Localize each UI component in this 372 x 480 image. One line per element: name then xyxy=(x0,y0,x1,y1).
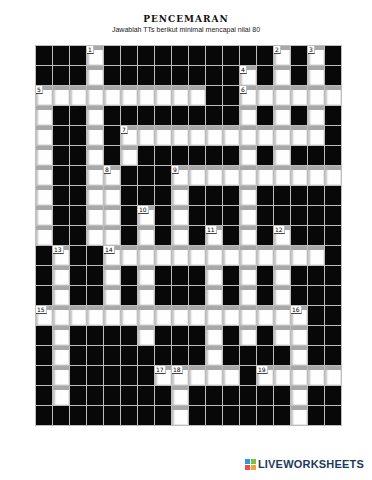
black-cell xyxy=(206,406,222,425)
answer-cell[interactable] xyxy=(291,346,307,365)
answer-cell[interactable] xyxy=(291,326,307,345)
answer-cell[interactable] xyxy=(87,86,103,105)
answer-cell[interactable] xyxy=(138,126,154,145)
answer-cell[interactable] xyxy=(291,406,307,425)
black-cell xyxy=(70,406,86,425)
answer-cell[interactable] xyxy=(155,86,171,105)
black-cell xyxy=(36,346,52,365)
answer-cell[interactable] xyxy=(87,126,103,145)
black-cell xyxy=(325,386,341,405)
answer-cell[interactable] xyxy=(155,246,171,265)
answer-cell[interactable] xyxy=(206,366,222,385)
black-cell xyxy=(206,66,222,85)
black-cell xyxy=(36,286,52,305)
black-cell xyxy=(223,386,239,405)
black-cell xyxy=(257,206,273,225)
answer-cell[interactable] xyxy=(308,246,324,265)
answer-cell[interactable] xyxy=(53,286,69,305)
answer-cell[interactable] xyxy=(291,86,307,105)
answer-cell[interactable] xyxy=(172,306,188,325)
answer-cell[interactable] xyxy=(240,106,256,125)
answer-cell[interactable] xyxy=(257,166,273,185)
clue-number: 12 xyxy=(274,226,285,234)
black-cell xyxy=(70,46,86,65)
answer-cell[interactable]: 14 xyxy=(104,246,120,265)
answer-cell[interactable] xyxy=(87,206,103,225)
answer-cell[interactable] xyxy=(138,306,154,325)
answer-cell[interactable]: 6 xyxy=(240,86,256,105)
black-cell xyxy=(206,46,222,65)
black-cell xyxy=(53,66,69,85)
black-cell xyxy=(291,226,307,245)
black-cell xyxy=(189,326,205,345)
answer-cell[interactable] xyxy=(36,146,52,165)
answer-cell[interactable] xyxy=(36,126,52,145)
answer-cell[interactable] xyxy=(257,86,273,105)
black-cell xyxy=(308,326,324,345)
answer-cell[interactable] xyxy=(53,366,69,385)
black-cell xyxy=(189,186,205,205)
answer-cell[interactable] xyxy=(155,126,171,145)
black-cell xyxy=(223,226,239,245)
black-cell xyxy=(172,266,188,285)
logo-square xyxy=(251,465,256,470)
answer-cell[interactable] xyxy=(206,306,222,325)
clue-number: 10 xyxy=(138,206,149,214)
answer-cell[interactable] xyxy=(257,126,273,145)
answer-cell[interactable] xyxy=(104,226,120,245)
black-cell xyxy=(121,206,137,225)
answer-cell[interactable] xyxy=(87,166,103,185)
answer-cell[interactable] xyxy=(104,266,120,285)
answer-cell[interactable] xyxy=(240,206,256,225)
black-cell xyxy=(189,146,205,165)
black-cell xyxy=(87,286,103,305)
answer-cell[interactable]: 2 xyxy=(274,46,290,65)
answer-cell[interactable] xyxy=(223,366,239,385)
answer-cell[interactable]: 15 xyxy=(36,306,52,325)
black-cell xyxy=(223,66,239,85)
answer-cell[interactable] xyxy=(274,306,290,325)
black-cell xyxy=(104,46,120,65)
black-cell xyxy=(291,46,307,65)
answer-cell[interactable] xyxy=(308,66,324,85)
black-cell xyxy=(308,346,324,365)
answer-cell[interactable] xyxy=(223,166,239,185)
answer-cell[interactable] xyxy=(189,86,205,105)
answer-cell[interactable] xyxy=(325,166,341,185)
answer-cell[interactable] xyxy=(206,266,222,285)
answer-cell[interactable] xyxy=(240,226,256,245)
answer-cell[interactable] xyxy=(138,266,154,285)
black-cell xyxy=(155,386,171,405)
black-cell xyxy=(223,186,239,205)
answer-cell[interactable] xyxy=(172,406,188,425)
answer-cell[interactable] xyxy=(223,126,239,145)
black-cell xyxy=(70,366,86,385)
black-cell xyxy=(155,146,171,165)
answer-cell[interactable] xyxy=(172,206,188,225)
black-cell xyxy=(206,186,222,205)
black-cell xyxy=(257,226,273,245)
answer-cell[interactable] xyxy=(291,166,307,185)
clue-number: 16 xyxy=(291,306,302,314)
black-cell xyxy=(155,186,171,205)
answer-cell[interactable] xyxy=(104,186,120,205)
black-cell xyxy=(325,186,341,205)
black-cell xyxy=(87,386,103,405)
answer-cell[interactable] xyxy=(274,126,290,145)
answer-cell[interactable] xyxy=(308,166,324,185)
answer-cell[interactable] xyxy=(325,366,341,385)
black-cell xyxy=(291,186,307,205)
black-cell xyxy=(308,406,324,425)
black-cell xyxy=(70,186,86,205)
answer-cell[interactable] xyxy=(223,246,239,265)
black-cell xyxy=(155,266,171,285)
black-cell xyxy=(121,66,137,85)
black-cell xyxy=(257,386,273,405)
black-cell xyxy=(257,186,273,205)
answer-cell[interactable] xyxy=(240,326,256,345)
answer-cell[interactable] xyxy=(291,386,307,405)
clue-number: 13 xyxy=(53,246,64,254)
black-cell xyxy=(36,326,52,345)
black-cell xyxy=(104,346,120,365)
black-cell xyxy=(104,386,120,405)
answer-cell[interactable] xyxy=(53,326,69,345)
answer-cell[interactable] xyxy=(87,306,103,325)
black-cell xyxy=(70,326,86,345)
liveworksheets-branding: LIVEWORKSHEETS xyxy=(245,456,364,472)
black-cell xyxy=(70,246,86,265)
answer-cell[interactable] xyxy=(325,86,341,105)
answer-cell[interactable] xyxy=(172,186,188,205)
black-cell xyxy=(36,66,52,85)
answer-cell[interactable] xyxy=(291,246,307,265)
answer-cell[interactable] xyxy=(240,126,256,145)
answer-cell[interactable] xyxy=(87,106,103,125)
black-cell xyxy=(308,226,324,245)
answer-cell[interactable] xyxy=(189,366,205,385)
answer-cell[interactable]: 13 xyxy=(53,246,69,265)
black-cell xyxy=(206,206,222,225)
answer-cell[interactable] xyxy=(121,86,137,105)
black-cell xyxy=(325,266,341,285)
crossword-grid: 12345678910111213141516171819 xyxy=(35,45,342,426)
black-cell xyxy=(291,106,307,125)
black-cell xyxy=(189,66,205,85)
answer-cell[interactable] xyxy=(87,226,103,245)
black-cell xyxy=(70,66,86,85)
answer-cell[interactable]: 9 xyxy=(172,166,188,185)
black-cell xyxy=(223,106,239,125)
black-cell xyxy=(189,346,205,365)
black-cell xyxy=(53,126,69,145)
answer-cell[interactable] xyxy=(274,366,290,385)
black-cell xyxy=(223,46,239,65)
black-cell xyxy=(291,206,307,225)
answer-cell[interactable] xyxy=(172,246,188,265)
answer-cell[interactable] xyxy=(206,286,222,305)
black-cell xyxy=(325,226,341,245)
black-cell xyxy=(70,386,86,405)
answer-cell[interactable]: 1 xyxy=(87,46,103,65)
answer-cell[interactable] xyxy=(240,286,256,305)
answer-cell[interactable] xyxy=(240,306,256,325)
black-cell xyxy=(240,366,256,385)
answer-cell[interactable] xyxy=(189,306,205,325)
black-cell xyxy=(240,386,256,405)
answer-cell[interactable] xyxy=(189,246,205,265)
black-cell xyxy=(121,326,137,345)
answer-cell[interactable] xyxy=(274,326,290,345)
answer-cell[interactable]: 3 xyxy=(308,46,324,65)
answer-cell[interactable] xyxy=(172,386,188,405)
answer-cell[interactable] xyxy=(36,186,52,205)
black-cell xyxy=(257,106,273,125)
answer-cell[interactable] xyxy=(274,106,290,125)
black-cell xyxy=(325,66,341,85)
black-cell xyxy=(70,126,86,145)
answer-cell[interactable] xyxy=(138,326,154,345)
black-cell xyxy=(206,146,222,165)
answer-cell[interactable] xyxy=(36,166,52,185)
black-cell xyxy=(325,246,341,265)
answer-cell[interactable] xyxy=(104,206,120,225)
answer-cell[interactable] xyxy=(53,266,69,285)
answer-cell[interactable] xyxy=(291,366,307,385)
answer-cell[interactable] xyxy=(240,146,256,165)
black-cell xyxy=(223,206,239,225)
black-cell xyxy=(70,226,86,245)
instructions-text: Jawablah TTs berikut minimal mencapai ni… xyxy=(0,26,372,33)
answer-cell[interactable] xyxy=(240,186,256,205)
black-cell xyxy=(325,306,341,325)
black-cell xyxy=(138,186,154,205)
answer-cell[interactable]: 18 xyxy=(172,366,188,385)
answer-cell[interactable] xyxy=(308,126,324,145)
clue-number: 8 xyxy=(104,166,111,174)
answer-cell[interactable]: 17 xyxy=(155,366,171,385)
worksheet-header: PENCEMARAN Jawablah TTs berikut minimal … xyxy=(0,14,372,33)
answer-cell[interactable] xyxy=(87,186,103,205)
black-cell xyxy=(53,226,69,245)
black-cell xyxy=(223,346,239,365)
black-cell xyxy=(155,66,171,85)
answer-cell[interactable] xyxy=(257,246,273,265)
black-cell xyxy=(70,286,86,305)
black-cell xyxy=(104,406,120,425)
black-cell xyxy=(138,166,154,185)
answer-cell[interactable] xyxy=(104,86,120,105)
black-cell xyxy=(308,146,324,165)
black-cell xyxy=(121,266,137,285)
black-cell xyxy=(189,46,205,65)
answer-cell[interactable] xyxy=(87,146,103,165)
black-cell xyxy=(87,406,103,425)
answer-cell[interactable]: 7 xyxy=(121,126,137,145)
clue-number: 6 xyxy=(240,86,247,94)
black-cell xyxy=(53,406,69,425)
answer-cell[interactable] xyxy=(206,326,222,345)
black-cell xyxy=(325,126,341,145)
answer-cell[interactable]: 11 xyxy=(206,226,222,245)
black-cell xyxy=(53,206,69,225)
black-cell xyxy=(138,106,154,125)
black-cell xyxy=(138,66,154,85)
answer-cell[interactable] xyxy=(70,306,86,325)
black-cell xyxy=(308,286,324,305)
answer-cell[interactable] xyxy=(189,166,205,185)
black-cell xyxy=(257,66,273,85)
black-cell xyxy=(240,406,256,425)
black-cell xyxy=(121,366,137,385)
answer-cell[interactable] xyxy=(155,306,171,325)
black-cell xyxy=(138,366,154,385)
black-cell xyxy=(274,346,290,365)
black-cell xyxy=(240,346,256,365)
answer-cell[interactable] xyxy=(274,286,290,305)
black-cell xyxy=(87,266,103,285)
black-cell xyxy=(36,366,52,385)
answer-cell[interactable] xyxy=(104,286,120,305)
black-cell xyxy=(189,266,205,285)
answer-cell[interactable] xyxy=(53,346,69,365)
answer-cell[interactable] xyxy=(138,86,154,105)
black-cell xyxy=(172,326,188,345)
black-cell xyxy=(325,146,341,165)
clue-number: 7 xyxy=(121,126,128,134)
black-cell xyxy=(121,406,137,425)
black-cell xyxy=(155,166,171,185)
black-cell xyxy=(291,146,307,165)
black-cell xyxy=(325,206,341,225)
black-cell xyxy=(70,166,86,185)
answer-cell[interactable] xyxy=(138,226,154,245)
answer-cell[interactable] xyxy=(121,306,137,325)
answer-cell[interactable] xyxy=(104,306,120,325)
black-cell xyxy=(121,286,137,305)
black-cell xyxy=(257,46,273,65)
answer-cell[interactable] xyxy=(274,66,290,85)
black-cell xyxy=(223,406,239,425)
answer-cell[interactable]: 8 xyxy=(104,166,120,185)
answer-cell[interactable] xyxy=(206,166,222,185)
answer-cell[interactable] xyxy=(308,86,324,105)
black-cell xyxy=(53,166,69,185)
black-cell xyxy=(172,146,188,165)
answer-cell[interactable] xyxy=(274,146,290,165)
answer-cell[interactable] xyxy=(36,206,52,225)
black-cell xyxy=(155,286,171,305)
black-cell xyxy=(257,346,273,365)
answer-cell[interactable] xyxy=(308,366,324,385)
answer-cell[interactable]: 5 xyxy=(36,86,52,105)
answer-cell[interactable] xyxy=(308,106,324,125)
black-cell xyxy=(206,106,222,125)
black-cell xyxy=(87,246,103,265)
answer-cell[interactable]: 10 xyxy=(138,206,154,225)
black-cell xyxy=(274,386,290,405)
answer-cell[interactable] xyxy=(172,126,188,145)
logo-square xyxy=(245,459,250,464)
answer-cell[interactable]: 16 xyxy=(291,306,307,325)
answer-cell[interactable] xyxy=(240,166,256,185)
answer-cell[interactable] xyxy=(274,86,290,105)
liveworksheets-logo-icon xyxy=(245,459,256,470)
black-cell xyxy=(87,346,103,365)
answer-cell[interactable] xyxy=(257,306,273,325)
black-cell xyxy=(53,106,69,125)
black-cell xyxy=(121,226,137,245)
black-cell xyxy=(223,286,239,305)
answer-cell[interactable] xyxy=(36,106,52,125)
answer-cell[interactable] xyxy=(172,226,188,245)
answer-cell[interactable] xyxy=(206,246,222,265)
answer-cell[interactable] xyxy=(274,166,290,185)
black-cell xyxy=(53,186,69,205)
clue-number: 11 xyxy=(206,226,217,234)
answer-cell[interactable] xyxy=(36,226,52,245)
black-cell xyxy=(121,106,137,125)
answer-cell[interactable] xyxy=(53,386,69,405)
black-cell xyxy=(172,66,188,85)
answer-cell[interactable] xyxy=(53,86,69,105)
answer-cell[interactable] xyxy=(206,346,222,365)
black-cell xyxy=(87,326,103,345)
clue-number: 3 xyxy=(308,46,315,54)
black-cell xyxy=(70,106,86,125)
answer-cell[interactable] xyxy=(274,266,290,285)
black-cell xyxy=(53,46,69,65)
answer-cell[interactable] xyxy=(138,246,154,265)
answer-cell[interactable] xyxy=(240,246,256,265)
clue-number: 2 xyxy=(274,46,281,54)
answer-cell[interactable]: 12 xyxy=(274,226,290,245)
logo-square xyxy=(251,459,256,464)
black-cell xyxy=(325,346,341,365)
answer-cell[interactable] xyxy=(274,246,290,265)
answer-cell[interactable] xyxy=(223,306,239,325)
black-cell xyxy=(121,346,137,365)
answer-cell[interactable]: 4 xyxy=(240,66,256,85)
logo-square xyxy=(245,465,250,470)
black-cell xyxy=(189,386,205,405)
black-cell xyxy=(189,226,205,245)
answer-cell[interactable] xyxy=(138,286,154,305)
answer-cell[interactable] xyxy=(121,146,137,165)
answer-cell[interactable] xyxy=(87,66,103,85)
answer-cell[interactable] xyxy=(240,266,256,285)
black-cell xyxy=(308,186,324,205)
liveworksheets-logo-text: LIVEWORKSHEETS xyxy=(258,458,364,470)
answer-cell[interactable] xyxy=(121,246,137,265)
answer-cell[interactable] xyxy=(70,86,86,105)
clue-number: 9 xyxy=(172,166,179,174)
clue-number: 18 xyxy=(172,366,183,374)
black-cell xyxy=(87,366,103,385)
clue-number: 4 xyxy=(240,66,247,74)
answer-cell[interactable] xyxy=(53,306,69,325)
black-cell xyxy=(155,406,171,425)
answer-cell[interactable] xyxy=(172,86,188,105)
answer-cell[interactable]: 19 xyxy=(257,366,273,385)
answer-cell[interactable] xyxy=(206,126,222,145)
black-cell xyxy=(70,346,86,365)
answer-cell[interactable] xyxy=(291,126,307,145)
answer-cell[interactable] xyxy=(189,126,205,145)
